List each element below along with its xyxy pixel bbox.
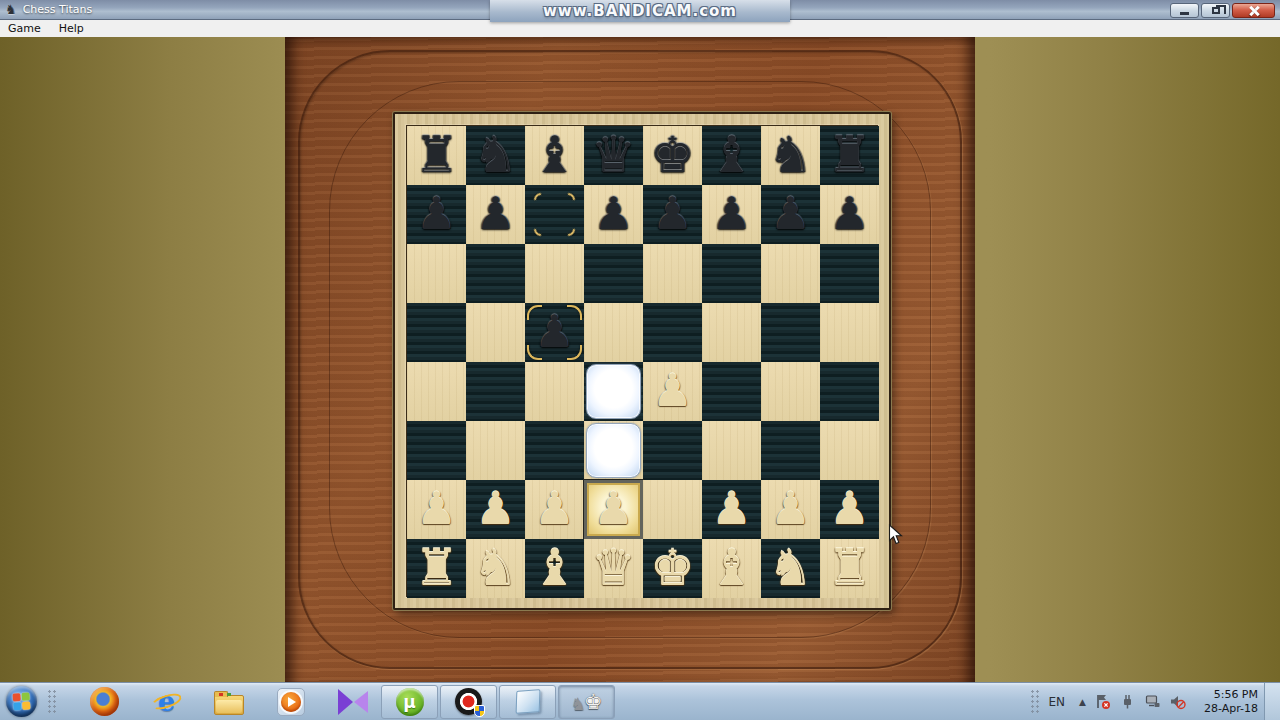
taskbar-notepad[interactable]: [499, 685, 556, 719]
square-f5[interactable]: [702, 303, 761, 362]
square-c3[interactable]: [525, 421, 584, 480]
square-a4[interactable]: [407, 362, 466, 421]
square-b1[interactable]: ♞: [466, 539, 525, 598]
square-f7[interactable]: ♟: [702, 185, 761, 244]
taskbar-firefox[interactable]: [89, 686, 120, 717]
taskbar-bandicam[interactable]: [440, 685, 497, 719]
white-pawn: ♟: [829, 486, 869, 531]
volume-muted-icon[interactable]: [1168, 693, 1186, 711]
menu-game[interactable]: Game: [8, 22, 41, 35]
firefox-icon: [90, 687, 119, 716]
game-area: ♜♞♝♛♚♝♞♜♟♟♟♟♟♟♟♟♟♟♟♟♟♟♟♟♜♞♝♛♚♝♞♜: [0, 37, 1280, 682]
move-origin-marker: [525, 185, 584, 244]
square-g1[interactable]: ♞: [761, 539, 820, 598]
menu-help[interactable]: Help: [59, 22, 84, 35]
white-rook: ♜: [414, 543, 459, 593]
square-b5[interactable]: [466, 303, 525, 362]
square-g2[interactable]: ♟: [761, 480, 820, 539]
show-desktop-button[interactable]: [1265, 683, 1280, 720]
square-d4[interactable]: [584, 362, 643, 421]
windows-logo-icon: [12, 692, 30, 710]
square-c6[interactable]: [525, 244, 584, 303]
utorrent-icon: µ: [396, 688, 424, 716]
restore-icon: [1212, 7, 1220, 14]
square-a5[interactable]: [407, 303, 466, 362]
black-pawn: ♟: [475, 191, 515, 236]
chess-board: ♜♞♝♛♚♝♞♜♟♟♟♟♟♟♟♟♟♟♟♟♟♟♟♟♜♞♝♛♚♝♞♜: [406, 125, 878, 597]
square-b7[interactable]: ♟: [466, 185, 525, 244]
square-e8[interactable]: ♚: [643, 126, 702, 185]
white-queen: ♛: [591, 543, 636, 593]
last-move-corner-marker: [567, 345, 582, 360]
square-f8[interactable]: ♝: [702, 126, 761, 185]
square-b4[interactable]: [466, 362, 525, 421]
square-e3[interactable]: [643, 421, 702, 480]
desktop: ♞ Chess Titans www.BANDICAM.com Game Hel…: [0, 0, 1280, 720]
white-king: ♚: [650, 543, 695, 593]
white-pawn: ♟: [770, 486, 810, 531]
square-b8[interactable]: ♞: [466, 126, 525, 185]
black-queen: ♛: [591, 130, 636, 180]
last-move-corner-marker: [567, 305, 582, 320]
square-h5[interactable]: [820, 303, 879, 362]
square-g4[interactable]: [761, 362, 820, 421]
black-knight: ♞: [473, 130, 518, 180]
square-h2[interactable]: ♟: [820, 480, 879, 539]
square-e4[interactable]: ♟: [643, 362, 702, 421]
last-move-corner-marker: [527, 345, 542, 360]
square-c5[interactable]: ♟: [525, 303, 584, 362]
square-h6[interactable]: [820, 244, 879, 303]
square-c1[interactable]: ♝: [525, 539, 584, 598]
taskbar-utorrent[interactable]: µ: [381, 685, 438, 719]
language-indicator[interactable]: EN: [1049, 695, 1066, 709]
system-tray: EN ▲: [1030, 683, 1280, 720]
white-pawn: ♟: [593, 486, 633, 531]
square-a3[interactable]: [407, 421, 466, 480]
white-pawn: ♟: [711, 486, 751, 531]
black-pawn: ♟: [652, 191, 692, 236]
window-title: Chess Titans: [23, 3, 93, 16]
square-e7[interactable]: ♟: [643, 185, 702, 244]
square-a7[interactable]: ♟: [407, 185, 466, 244]
white-pawn: ♟: [652, 368, 692, 413]
square-f6[interactable]: [702, 244, 761, 303]
black-bishop: ♝: [532, 130, 577, 180]
tray-handle[interactable]: [1030, 689, 1041, 715]
white-bishop: ♝: [709, 543, 754, 593]
black-pawn: ♟: [829, 191, 869, 236]
close-icon: [1249, 6, 1259, 16]
start-button[interactable]: [6, 686, 37, 717]
minimize-button[interactable]: [1170, 3, 1199, 18]
square-a8[interactable]: ♜: [407, 126, 466, 185]
notepad-icon: [515, 689, 540, 714]
bandicam-watermark-text: www.BANDICAM.com: [543, 2, 737, 20]
media-player-icon: [277, 688, 305, 716]
kmplayer-icon: [338, 689, 368, 715]
action-center-icon[interactable]: [1093, 693, 1111, 711]
black-knight: ♞: [768, 130, 813, 180]
square-h3[interactable]: [820, 421, 879, 480]
white-bishop: ♝: [532, 543, 577, 593]
square-h8[interactable]: ♜: [820, 126, 879, 185]
white-knight: ♞: [768, 543, 813, 593]
legal-move-highlight[interactable]: [586, 364, 641, 419]
square-e6[interactable]: [643, 244, 702, 303]
square-b3[interactable]: [466, 421, 525, 480]
legal-move-highlight[interactable]: [586, 423, 641, 478]
taskbar-chess-titans[interactable]: ♞♚: [558, 685, 615, 719]
square-a2[interactable]: ♟: [407, 480, 466, 539]
square-e2[interactable]: [643, 480, 702, 539]
power-icon[interactable]: [1118, 693, 1136, 711]
square-d6[interactable]: [584, 244, 643, 303]
square-e1[interactable]: ♚: [643, 539, 702, 598]
black-pawn: ♟: [711, 191, 751, 236]
clock[interactable]: 5:56 PM 28-Apr-18: [1196, 688, 1258, 716]
square-b6[interactable]: [466, 244, 525, 303]
internet-explorer-icon: e: [152, 687, 182, 717]
quick-launch-handle[interactable]: [47, 689, 58, 715]
square-f1[interactable]: ♝: [702, 539, 761, 598]
black-pawn: ♟: [416, 191, 456, 236]
square-d5[interactable]: [584, 303, 643, 362]
square-h4[interactable]: [820, 362, 879, 421]
close-button[interactable]: [1232, 3, 1275, 18]
black-rook: ♜: [827, 130, 872, 180]
taskbar-windows-media-player[interactable]: [275, 686, 306, 717]
square-g3[interactable]: [761, 421, 820, 480]
wooden-table: ♜♞♝♛♚♝♞♜♟♟♟♟♟♟♟♟♟♟♟♟♟♟♟♟♜♞♝♛♚♝♞♜: [285, 37, 975, 682]
white-pawn: ♟: [416, 486, 456, 531]
square-d8[interactable]: ♛: [584, 126, 643, 185]
square-g7[interactable]: ♟: [761, 185, 820, 244]
square-c4[interactable]: [525, 362, 584, 421]
window-controls: [1170, 3, 1275, 18]
last-move-corner-marker: [527, 305, 542, 320]
black-pawn: ♟: [593, 191, 633, 236]
folder-icon: [214, 695, 244, 715]
chess-titans-app-icon: ♞: [5, 2, 17, 17]
tray-time: 5:56 PM: [1196, 688, 1258, 702]
white-pawn: ♟: [534, 486, 574, 531]
bandicam-icon: [455, 688, 482, 715]
minimize-icon: [1180, 12, 1189, 15]
tray-date: 28-Apr-18: [1196, 702, 1258, 716]
square-b2[interactable]: ♟: [466, 480, 525, 539]
square-g6[interactable]: [761, 244, 820, 303]
menu-bar: Game Help: [0, 20, 1280, 37]
restore-button[interactable]: [1201, 3, 1230, 18]
square-c7[interactable]: [525, 185, 584, 244]
white-rook: ♜: [827, 543, 872, 593]
network-icon[interactable]: [1143, 693, 1161, 711]
hidden-icons-arrow[interactable]: ▲: [1079, 697, 1086, 707]
square-d2[interactable]: ♟: [584, 480, 643, 539]
square-c2[interactable]: ♟: [525, 480, 584, 539]
taskbar-internet-explorer[interactable]: e: [151, 686, 182, 717]
square-h1[interactable]: ♜: [820, 539, 879, 598]
board-frame: ♜♞♝♛♚♝♞♜♟♟♟♟♟♟♟♟♟♟♟♟♟♟♟♟♜♞♝♛♚♝♞♜: [393, 112, 891, 610]
black-bishop: ♝: [709, 130, 754, 180]
square-f2[interactable]: ♟: [702, 480, 761, 539]
mouse-cursor: [888, 524, 903, 550]
taskbar-kmplayer[interactable]: [337, 686, 368, 717]
square-d7[interactable]: ♟: [584, 185, 643, 244]
square-c8[interactable]: ♝: [525, 126, 584, 185]
white-knight: ♞: [473, 543, 518, 593]
square-a6[interactable]: [407, 244, 466, 303]
square-f3[interactable]: [702, 421, 761, 480]
black-rook: ♜: [414, 130, 459, 180]
square-a1[interactable]: ♜: [407, 539, 466, 598]
taskbar: e µ ♞♚ EN ▲: [0, 682, 1280, 720]
square-g8[interactable]: ♞: [761, 126, 820, 185]
square-f4[interactable]: [702, 362, 761, 421]
chess-titans-icon: ♞♚: [570, 690, 602, 714]
square-d1[interactable]: ♛: [584, 539, 643, 598]
taskbar-windows-explorer[interactable]: [213, 686, 244, 717]
square-d3[interactable]: [584, 421, 643, 480]
square-h7[interactable]: ♟: [820, 185, 879, 244]
black-pawn: ♟: [770, 191, 810, 236]
square-e5[interactable]: [643, 303, 702, 362]
square-g5[interactable]: [761, 303, 820, 362]
bandicam-watermark: www.BANDICAM.com: [490, 0, 790, 22]
black-king: ♚: [650, 130, 695, 180]
white-pawn: ♟: [475, 486, 515, 531]
